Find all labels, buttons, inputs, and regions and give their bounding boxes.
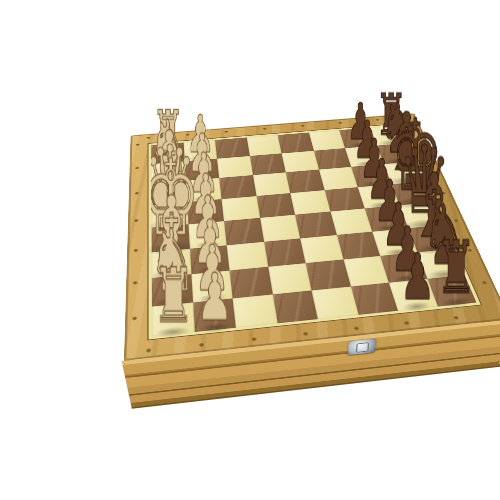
piece-bP[interactable]: ♟: [396, 243, 438, 307]
square-r6c3[interactable]: [268, 263, 312, 294]
brass-screws-left: [129, 139, 141, 350]
photo-stage: ♜♟♟♜♞♟♟♞♝♟♟♝♛♟♟♚♚♟♟♛♝♟♟♝♞♟♟♞♜♟♟♜: [0, 0, 500, 500]
square-r7c2[interactable]: [233, 294, 278, 328]
square-r5c3[interactable]: [264, 238, 306, 267]
latch-clasp[interactable]: [348, 338, 377, 355]
piece-wR[interactable]: ♜: [151, 257, 195, 332]
box-top-frame: ♜♟♟♜♞♟♟♞♝♟♟♝♛♟♟♚♚♟♟♛♝♟♟♝♞♟♟♞♜♟♟♜: [124, 113, 500, 360]
square-r3c3[interactable]: [256, 193, 295, 218]
piece-bR[interactable]: ♜: [435, 230, 477, 302]
square-r7c3[interactable]: [272, 290, 318, 323]
square-r3c4[interactable]: [290, 190, 330, 215]
square-r4c3[interactable]: [260, 215, 300, 242]
chess-box-scene: ♜♟♟♜♞♟♟♞♝♟♟♝♛♟♟♚♚♟♟♛♝♟♟♝♞♟♟♞♜♟♟♜: [0, 0, 500, 500]
piece-wP[interactable]: ♟: [193, 262, 236, 327]
